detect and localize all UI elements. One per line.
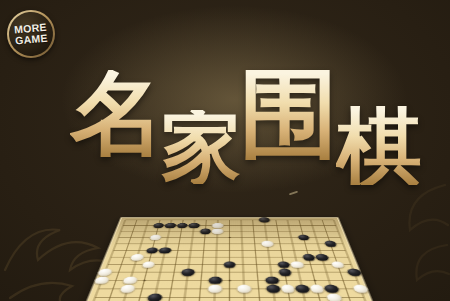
title-char-3: 围 (239, 68, 339, 160)
more-game-badge-face: MORE GAME (7, 10, 55, 58)
go-board-scene (122, 218, 337, 301)
splash-screen: MORE GAME 名 家 围 棋 (0, 0, 450, 301)
more-game-button[interactable]: MORE GAME (7, 10, 55, 58)
black-stone (265, 276, 279, 284)
white-stone (261, 241, 274, 247)
star-point (228, 279, 231, 281)
black-stone (266, 285, 281, 293)
star-point (313, 279, 317, 281)
title-char-2: 家 (161, 110, 241, 184)
black-stone (223, 261, 236, 268)
black-stone (147, 293, 163, 301)
title-char-1: 名 (70, 70, 165, 157)
white-stone (208, 285, 222, 293)
black-stone (181, 269, 195, 276)
black-stone (297, 235, 310, 241)
go-board (56, 218, 403, 301)
star-point (142, 279, 146, 281)
board-grid (56, 218, 403, 301)
black-stone (208, 276, 222, 284)
black-stone (315, 254, 329, 261)
black-stone (259, 217, 271, 222)
badge-label-line2: GAME (15, 33, 49, 47)
game-title: 名 家 围 棋 (70, 62, 400, 185)
black-stone (278, 269, 292, 276)
white-stone (280, 285, 295, 293)
black-stone (188, 223, 200, 228)
black-stone (295, 285, 310, 293)
white-stone (290, 261, 304, 268)
light-speck (289, 191, 298, 196)
white-stone (212, 229, 224, 235)
black-stone (199, 229, 211, 235)
black-stone (277, 261, 291, 268)
white-stone (237, 285, 251, 293)
white-stone (212, 223, 223, 228)
title-char-4: 棋 (336, 106, 422, 185)
black-stone (302, 254, 316, 261)
star-point (228, 237, 231, 238)
